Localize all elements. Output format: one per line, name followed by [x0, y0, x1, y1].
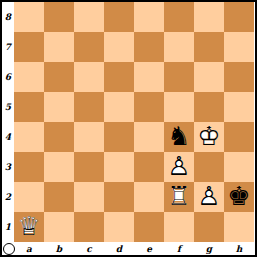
square-a4[interactable]	[14, 122, 44, 152]
file-label-a: a	[14, 242, 44, 255]
rank-labels: 87654321	[2, 2, 14, 242]
square-a6[interactable]	[14, 62, 44, 92]
square-h6[interactable]	[224, 62, 254, 92]
file-label-c: c	[74, 242, 104, 255]
square-e5[interactable]	[134, 92, 164, 122]
square-g7[interactable]	[194, 32, 224, 62]
square-f1[interactable]	[164, 212, 194, 242]
square-c7[interactable]	[74, 32, 104, 62]
square-h3[interactable]	[224, 152, 254, 182]
square-a5[interactable]	[14, 92, 44, 122]
square-b4[interactable]	[44, 122, 74, 152]
chess-diagram: ♞♚♔♟♙♜♖♟♙♚♛♕ 87654321 abcdefgh	[0, 0, 257, 257]
square-c8[interactable]	[74, 2, 104, 32]
square-a2[interactable]	[14, 182, 44, 212]
chess-board	[14, 2, 254, 242]
rank-label-6: 6	[2, 62, 14, 92]
rank-label-8: 8	[2, 2, 14, 32]
square-c1[interactable]	[74, 212, 104, 242]
square-c5[interactable]	[74, 92, 104, 122]
white-to-move-indicator	[3, 243, 15, 255]
square-e4[interactable]	[134, 122, 164, 152]
square-e7[interactable]	[134, 32, 164, 62]
file-label-b: b	[44, 242, 74, 255]
square-a1[interactable]	[14, 212, 44, 242]
square-b7[interactable]	[44, 32, 74, 62]
square-b5[interactable]	[44, 92, 74, 122]
square-b3[interactable]	[44, 152, 74, 182]
square-d3[interactable]	[104, 152, 134, 182]
square-b6[interactable]	[44, 62, 74, 92]
square-h1[interactable]	[224, 212, 254, 242]
square-h7[interactable]	[224, 32, 254, 62]
square-f5[interactable]	[164, 92, 194, 122]
square-g4[interactable]	[194, 122, 224, 152]
square-c4[interactable]	[74, 122, 104, 152]
square-g2[interactable]	[194, 182, 224, 212]
square-e2[interactable]	[134, 182, 164, 212]
square-d1[interactable]	[104, 212, 134, 242]
square-h4[interactable]	[224, 122, 254, 152]
square-e3[interactable]	[134, 152, 164, 182]
rank-label-2: 2	[2, 182, 14, 212]
square-e8[interactable]	[134, 2, 164, 32]
square-g1[interactable]	[194, 212, 224, 242]
file-labels: abcdefgh	[14, 242, 254, 255]
square-f2[interactable]	[164, 182, 194, 212]
square-h2[interactable]	[224, 182, 254, 212]
file-label-d: d	[104, 242, 134, 255]
square-c6[interactable]	[74, 62, 104, 92]
rank-label-4: 4	[2, 122, 14, 152]
file-label-f: f	[164, 242, 194, 255]
square-h5[interactable]	[224, 92, 254, 122]
rank-label-3: 3	[2, 152, 14, 182]
square-f7[interactable]	[164, 32, 194, 62]
square-f8[interactable]	[164, 2, 194, 32]
square-a3[interactable]	[14, 152, 44, 182]
square-d7[interactable]	[104, 32, 134, 62]
file-label-h: h	[224, 242, 254, 255]
square-b8[interactable]	[44, 2, 74, 32]
square-e6[interactable]	[134, 62, 164, 92]
square-d2[interactable]	[104, 182, 134, 212]
square-b1[interactable]	[44, 212, 74, 242]
rank-label-1: 1	[2, 212, 14, 242]
square-d5[interactable]	[104, 92, 134, 122]
square-g8[interactable]	[194, 2, 224, 32]
square-c2[interactable]	[74, 182, 104, 212]
square-g6[interactable]	[194, 62, 224, 92]
rank-label-7: 7	[2, 32, 14, 62]
square-d8[interactable]	[104, 2, 134, 32]
square-b2[interactable]	[44, 182, 74, 212]
square-c3[interactable]	[74, 152, 104, 182]
square-g5[interactable]	[194, 92, 224, 122]
square-a8[interactable]	[14, 2, 44, 32]
rank-label-5: 5	[2, 92, 14, 122]
square-f6[interactable]	[164, 62, 194, 92]
file-label-e: e	[134, 242, 164, 255]
square-h8[interactable]	[224, 2, 254, 32]
square-d4[interactable]	[104, 122, 134, 152]
square-f3[interactable]	[164, 152, 194, 182]
square-d6[interactable]	[104, 62, 134, 92]
square-e1[interactable]	[134, 212, 164, 242]
file-label-g: g	[194, 242, 224, 255]
square-g3[interactable]	[194, 152, 224, 182]
square-f4[interactable]	[164, 122, 194, 152]
square-a7[interactable]	[14, 32, 44, 62]
